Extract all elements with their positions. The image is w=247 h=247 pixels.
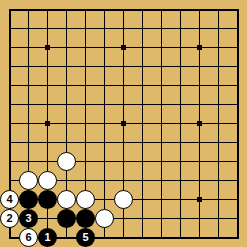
black-stone-move-5: 5 [76,228,95,247]
white-stone [19,171,38,190]
white-stone [76,190,95,209]
move-number-label: 2 [6,213,12,224]
white-stone-move-6: 6 [19,228,38,247]
stones-layer: 423615 [0,0,247,247]
white-stone [57,190,76,209]
black-stone [38,190,57,209]
go-board[interactable]: 423615 [0,0,247,247]
white-stone [114,190,133,209]
white-stone [95,209,114,228]
move-number-label: 1 [44,232,50,243]
white-stone [57,152,76,171]
black-stone-move-1: 1 [38,228,57,247]
move-number-label: 3 [25,213,31,224]
black-stone [19,190,38,209]
white-stone-move-4: 4 [0,190,19,209]
white-stone [38,171,57,190]
black-stone [76,209,95,228]
move-number-label: 6 [25,232,31,243]
move-number-label: 5 [82,232,88,243]
white-stone-move-2: 2 [0,209,19,228]
black-stone-move-3: 3 [19,209,38,228]
move-number-label: 4 [6,194,12,205]
black-stone [57,209,76,228]
